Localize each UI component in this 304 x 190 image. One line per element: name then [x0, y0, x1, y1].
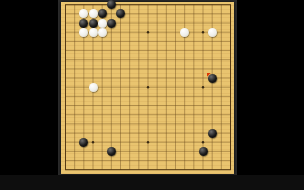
stone-black — [107, 19, 116, 28]
replay-control-bar: 150/163 Back Next Menu Play — [0, 175, 304, 190]
star-point — [92, 141, 94, 143]
stone-black — [208, 129, 217, 138]
stone-white — [89, 83, 98, 92]
stone-black — [107, 147, 116, 156]
star-point — [147, 86, 149, 88]
stone-black — [98, 9, 107, 18]
app-background: 150/163 Back Next Menu Play — [0, 0, 304, 190]
stone-white — [89, 9, 98, 18]
stone-white — [98, 19, 107, 28]
stone-black — [107, 0, 116, 9]
board-grid — [61, 2, 234, 174]
stone-white — [98, 28, 107, 37]
star-point — [202, 31, 204, 33]
last-move-marker — [207, 73, 212, 78]
stone-black — [89, 19, 98, 28]
stone-white — [89, 28, 98, 37]
star-point — [147, 141, 149, 143]
stone-black — [79, 138, 88, 147]
stone-black — [199, 147, 208, 156]
star-point — [202, 141, 204, 143]
stone-white — [180, 28, 189, 37]
stone-black — [79, 19, 88, 28]
stone-white — [79, 28, 88, 37]
star-point — [147, 31, 149, 33]
stone-black — [208, 74, 217, 83]
stone-white — [208, 28, 217, 37]
star-point — [202, 86, 204, 88]
go-board[interactable] — [61, 2, 234, 174]
